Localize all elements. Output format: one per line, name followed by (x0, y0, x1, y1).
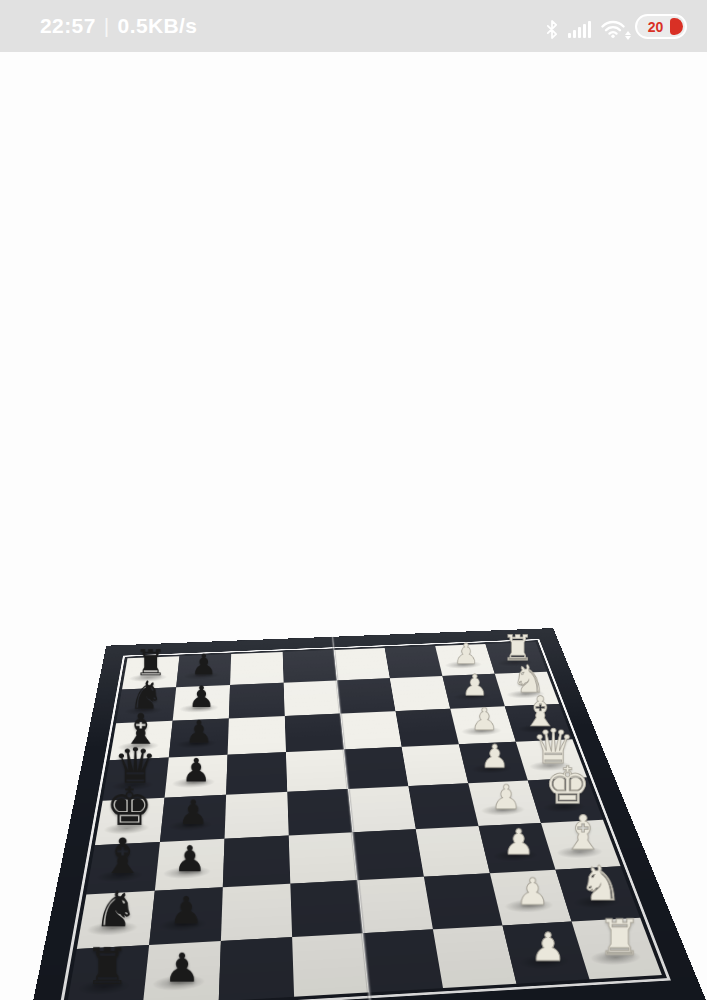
screenshot-root: 22:57 | 0.5KB/s (0, 0, 707, 1000)
white-pawn-b2: ♟ (448, 672, 502, 697)
square-h7: ♟ (143, 941, 221, 1000)
chess-playfield: ♜♟♟♜♞♟♟♞♝♟♟♝♛♟♟♛♚♟♟♚♝♟♟♝♞♟♟♞♜♟♟♜ (66, 642, 662, 1000)
status-left: 22:57 | 0.5KB/s (40, 14, 197, 38)
signal-strength-icon (568, 20, 591, 39)
black-pawn-f7: ♟ (157, 843, 224, 874)
square-c4 (340, 711, 401, 749)
square-d3 (402, 744, 469, 786)
square-g2: ♟ (490, 870, 572, 926)
square-d4 (344, 747, 408, 789)
square-b3 (390, 676, 451, 711)
white-rook-h1: ♜ (583, 918, 655, 960)
square-g3 (424, 873, 503, 929)
black-pawn-d7: ♟ (166, 756, 226, 784)
square-h3 (433, 925, 517, 988)
black-pawn-c7: ♟ (170, 718, 228, 744)
square-f2: ♟ (479, 823, 556, 873)
square-h5 (292, 933, 369, 997)
square-e3 (408, 783, 478, 829)
separator: | (104, 14, 110, 38)
square-f7: ♟ (155, 839, 225, 891)
white-pawn-f2: ♟ (486, 827, 551, 857)
square-f3 (416, 826, 490, 877)
bluetooth-icon (546, 20, 558, 39)
square-g4 (357, 877, 433, 934)
square-h6 (219, 937, 294, 1000)
white-pawn-c2: ♟ (456, 706, 513, 732)
square-g7: ♟ (149, 887, 223, 945)
wifi-traffic-arrows (625, 31, 631, 40)
black-pawn-b7: ♟ (174, 684, 229, 709)
square-f4 (352, 829, 423, 880)
square-e2: ♟ (468, 780, 541, 826)
square-e4 (348, 786, 416, 832)
white-pawn-g2: ♟ (498, 876, 567, 908)
status-bar: 22:57 | 0.5KB/s (0, 0, 707, 52)
square-c6 (228, 716, 286, 755)
wifi-icon (601, 20, 625, 39)
black-bishop-f8: ♝ (89, 836, 156, 877)
black-pawn-e7: ♟ (162, 798, 225, 827)
square-e7: ♟ (160, 795, 226, 842)
square-e6 (225, 792, 289, 839)
black-king-e8: ♚ (98, 785, 161, 830)
black-pawn-g7: ♟ (151, 894, 221, 926)
square-h8: ♜ (66, 945, 149, 1000)
black-pawn-a7: ♟ (177, 652, 230, 676)
square-a6 (230, 652, 284, 685)
white-bishop-f1: ♝ (551, 813, 616, 853)
white-pawn-d2: ♟ (465, 743, 524, 770)
chess-board: ♜♟♟♜♞♟♟♞♝♟♟♝♛♟♟♛♚♟♟♚♝♟♟♝♞♟♟♞♜♟♟♜ (24, 628, 706, 1000)
battery-icon: 20 (635, 14, 687, 39)
clock: 22:57 (40, 14, 96, 38)
square-h4 (363, 929, 443, 992)
square-d5 (286, 750, 348, 792)
square-a5 (283, 650, 337, 683)
square-f5 (289, 832, 358, 883)
network-speed: 0.5KB/s (118, 14, 198, 38)
black-pawn-h7: ♟ (145, 950, 219, 984)
square-g5 (290, 880, 362, 937)
square-c3 (395, 709, 458, 747)
status-right: 20 (546, 13, 687, 39)
square-b6 (229, 683, 285, 719)
square-e5 (287, 789, 352, 836)
white-pawn-a2: ♟ (440, 642, 492, 666)
white-pawn-e2: ♟ (475, 783, 537, 812)
square-a4 (334, 648, 390, 681)
white-king-e1: ♚ (537, 764, 599, 808)
square-a3 (385, 646, 443, 678)
board-scene: ♜♟♟♜♞♟♟♞♝♟♟♝♛♟♟♛♚♟♟♚♝♟♟♝♞♟♟♞♜♟♟♜ (77, 518, 618, 1000)
square-h2: ♟ (503, 922, 590, 984)
white-knight-g1: ♞ (566, 863, 635, 904)
square-b4 (337, 678, 396, 713)
white-pawn-h2: ♟ (512, 930, 585, 963)
black-rook-h8: ♜ (70, 946, 144, 989)
square-d7: ♟ (165, 755, 228, 798)
square-f6 (223, 836, 291, 888)
square-d6 (226, 752, 287, 795)
square-c5 (285, 714, 344, 753)
square-b5 (284, 680, 341, 716)
black-knight-g8: ♞ (80, 888, 150, 930)
product-image[interactable]: ♜♟♟♜♞♟♟♞♝♟♟♝♛♟♟♛♚♟♟♚♝♟♟♝♞♟♟♞♜♟♟♜ (0, 52, 707, 1000)
square-g6 (221, 884, 292, 941)
